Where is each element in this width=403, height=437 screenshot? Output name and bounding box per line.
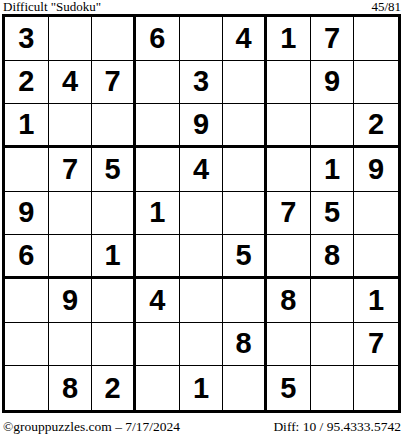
cell-r5c1-given-9: 9 [5, 192, 49, 236]
cell-r9c2-given-8: 8 [49, 366, 93, 410]
cell-r6c7-empty[interactable] [267, 235, 311, 279]
cell-r3c1-given-1: 1 [5, 104, 49, 148]
cell-r7c1-empty[interactable] [5, 279, 49, 323]
source-credit: ©grouppuzzles.com – 7/17/2024 [3, 419, 180, 434]
cell-r7c4-given-4: 4 [136, 279, 180, 323]
cell-r7c2-given-9: 9 [49, 279, 93, 323]
cell-r3c2-empty[interactable] [49, 104, 93, 148]
cell-r1c5-empty[interactable] [180, 17, 224, 61]
cell-r3c9-given-2: 2 [354, 104, 398, 148]
cell-r2c8-given-9: 9 [311, 61, 355, 105]
cell-r1c4-given-6: 6 [136, 17, 180, 61]
cell-r5c4-given-1: 1 [136, 192, 180, 236]
cell-r4c6-empty[interactable] [223, 148, 267, 192]
cell-r1c9-empty[interactable] [354, 17, 398, 61]
cell-r3c7-empty[interactable] [267, 104, 311, 148]
cell-r3c4-empty[interactable] [136, 104, 180, 148]
cell-r7c5-empty[interactable] [180, 279, 224, 323]
cell-r5c9-empty[interactable] [354, 192, 398, 236]
cell-r4c1-empty[interactable] [5, 148, 49, 192]
cell-r4c4-empty[interactable] [136, 148, 180, 192]
cell-r5c5-empty[interactable] [180, 192, 224, 236]
cell-r4c5-given-4: 4 [180, 148, 224, 192]
cell-r2c2-given-4: 4 [49, 61, 93, 105]
cell-r6c4-empty[interactable] [136, 235, 180, 279]
cell-r3c8-empty[interactable] [311, 104, 355, 148]
difficulty-label: Diff: 10 / 95.4333.5742 [273, 419, 401, 434]
cell-r2c6-empty[interactable] [223, 61, 267, 105]
cell-r9c6-empty[interactable] [223, 366, 267, 410]
puzzle-title: Difficult "Sudoku" [3, 0, 101, 14]
cell-r7c8-empty[interactable] [311, 279, 355, 323]
cell-r8c1-empty[interactable] [5, 323, 49, 367]
cell-r2c4-empty[interactable] [136, 61, 180, 105]
cell-r8c4-empty[interactable] [136, 323, 180, 367]
cell-r7c6-empty[interactable] [223, 279, 267, 323]
cell-r6c3-given-1: 1 [92, 235, 136, 279]
cell-r6c2-empty[interactable] [49, 235, 93, 279]
cell-r1c3-empty[interactable] [92, 17, 136, 61]
cell-r1c1-given-3: 3 [5, 17, 49, 61]
cell-r8c3-empty[interactable] [92, 323, 136, 367]
empty-count-badge: 45/81 [371, 0, 401, 14]
cell-r1c2-empty[interactable] [49, 17, 93, 61]
cell-r9c4-empty[interactable] [136, 366, 180, 410]
cell-r9c8-empty[interactable] [311, 366, 355, 410]
cell-r4c8-given-1: 1 [311, 148, 355, 192]
cell-r7c7-given-8: 8 [267, 279, 311, 323]
cell-r9c1-empty[interactable] [5, 366, 49, 410]
cell-r5c8-given-5: 5 [311, 192, 355, 236]
cell-r8c8-empty[interactable] [311, 323, 355, 367]
cell-r6c6-given-5: 5 [223, 235, 267, 279]
cell-r8c7-empty[interactable] [267, 323, 311, 367]
page-header: Difficult "Sudoku" 45/81 [3, 0, 401, 14]
cell-r9c3-given-2: 2 [92, 366, 136, 410]
cell-r3c3-empty[interactable] [92, 104, 136, 148]
cell-r5c2-empty[interactable] [49, 192, 93, 236]
cell-r3c6-empty[interactable] [223, 104, 267, 148]
cell-r7c9-given-1: 1 [354, 279, 398, 323]
cell-r4c3-given-5: 5 [92, 148, 136, 192]
cell-r5c3-empty[interactable] [92, 192, 136, 236]
cell-r1c7-given-1: 1 [267, 17, 311, 61]
cell-r9c7-given-5: 5 [267, 366, 311, 410]
cell-r3c5-given-9: 9 [180, 104, 224, 148]
cell-r4c9-given-9: 9 [354, 148, 398, 192]
cell-r6c8-given-8: 8 [311, 235, 355, 279]
cell-r4c2-given-7: 7 [49, 148, 93, 192]
cell-r5c7-given-7: 7 [267, 192, 311, 236]
cell-r7c3-empty[interactable] [92, 279, 136, 323]
cell-r1c6-given-4: 4 [223, 17, 267, 61]
cell-r9c9-empty[interactable] [354, 366, 398, 410]
cell-r1c8-given-7: 7 [311, 17, 355, 61]
cell-r9c5-given-1: 1 [180, 366, 224, 410]
cell-r2c7-empty[interactable] [267, 61, 311, 105]
page-footer: ©grouppuzzles.com – 7/17/2024 Diff: 10 /… [3, 419, 401, 434]
cell-r2c1-given-2: 2 [5, 61, 49, 105]
cell-r6c9-empty[interactable] [354, 235, 398, 279]
cell-r2c3-given-7: 7 [92, 61, 136, 105]
cell-r8c2-empty[interactable] [49, 323, 93, 367]
cell-r8c9-given-7: 7 [354, 323, 398, 367]
sudoku-board: 364172473919275419917561589481878215 [2, 14, 401, 413]
cell-r4c7-empty[interactable] [267, 148, 311, 192]
cell-r8c5-empty[interactable] [180, 323, 224, 367]
cell-r8c6-given-8: 8 [223, 323, 267, 367]
cell-r6c1-given-6: 6 [5, 235, 49, 279]
cell-r5c6-empty[interactable] [223, 192, 267, 236]
cell-r2c5-given-3: 3 [180, 61, 224, 105]
cell-r6c5-empty[interactable] [180, 235, 224, 279]
cell-r2c9-empty[interactable] [354, 61, 398, 105]
